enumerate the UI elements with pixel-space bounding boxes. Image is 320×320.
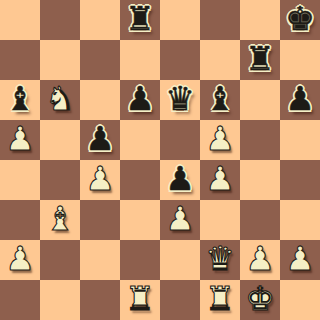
piece-white-pawn-e3[interactable]: ♟ <box>165 199 195 239</box>
square-a7[interactable] <box>0 40 40 80</box>
square-b1[interactable] <box>40 280 80 320</box>
square-c3[interactable] <box>80 200 120 240</box>
piece-black-queen-e6[interactable]: ♛ <box>165 79 195 119</box>
piece-black-pawn-e4[interactable]: ♟ <box>165 159 195 199</box>
piece-black-rook-d8[interactable]: ♜ <box>125 0 155 39</box>
square-h8[interactable]: ♚ <box>280 0 320 40</box>
piece-black-king-h8[interactable]: ♚ <box>285 0 315 39</box>
square-d4[interactable] <box>120 160 160 200</box>
square-g5[interactable] <box>240 120 280 160</box>
square-f4[interactable]: ♟ <box>200 160 240 200</box>
square-b6[interactable]: ♞ <box>40 80 80 120</box>
square-h7[interactable] <box>280 40 320 80</box>
square-h1[interactable] <box>280 280 320 320</box>
piece-white-knight-b6[interactable]: ♞ <box>45 79 75 119</box>
piece-white-bishop-b3[interactable]: ♝ <box>45 199 75 239</box>
square-g3[interactable] <box>240 200 280 240</box>
square-g6[interactable] <box>240 80 280 120</box>
piece-black-pawn-c5[interactable]: ♟ <box>85 119 115 159</box>
piece-black-pawn-h6[interactable]: ♟ <box>285 79 315 119</box>
square-e7[interactable] <box>160 40 200 80</box>
square-e1[interactable] <box>160 280 200 320</box>
square-h2[interactable]: ♟ <box>280 240 320 280</box>
square-g4[interactable] <box>240 160 280 200</box>
square-b2[interactable] <box>40 240 80 280</box>
square-d6[interactable]: ♟ <box>120 80 160 120</box>
piece-white-rook-f1[interactable]: ♜ <box>205 279 235 319</box>
square-g8[interactable] <box>240 0 280 40</box>
square-d7[interactable] <box>120 40 160 80</box>
piece-white-pawn-a5[interactable]: ♟ <box>5 119 35 159</box>
piece-black-bishop-a6[interactable]: ♝ <box>5 79 35 119</box>
square-e4[interactable]: ♟ <box>160 160 200 200</box>
square-a3[interactable] <box>0 200 40 240</box>
chess-board: ♜♚♜♝♞♟♛♝♟♟♟♟♟♟♟♝♟♟♛♟♟♜♜♚ <box>0 0 320 320</box>
square-c2[interactable] <box>80 240 120 280</box>
piece-white-pawn-a2[interactable]: ♟ <box>5 239 35 279</box>
piece-white-pawn-f4[interactable]: ♟ <box>205 159 235 199</box>
piece-black-rook-g7[interactable]: ♜ <box>245 39 275 79</box>
square-c7[interactable] <box>80 40 120 80</box>
square-h3[interactable] <box>280 200 320 240</box>
piece-white-pawn-c4[interactable]: ♟ <box>85 159 115 199</box>
piece-white-queen-f2[interactable]: ♛ <box>205 239 235 279</box>
square-a4[interactable] <box>0 160 40 200</box>
piece-white-rook-d1[interactable]: ♜ <box>125 279 155 319</box>
square-f1[interactable]: ♜ <box>200 280 240 320</box>
square-d3[interactable] <box>120 200 160 240</box>
square-e5[interactable] <box>160 120 200 160</box>
square-h4[interactable] <box>280 160 320 200</box>
square-a6[interactable]: ♝ <box>0 80 40 120</box>
square-a1[interactable] <box>0 280 40 320</box>
square-h5[interactable] <box>280 120 320 160</box>
square-c5[interactable]: ♟ <box>80 120 120 160</box>
square-d1[interactable]: ♜ <box>120 280 160 320</box>
square-c6[interactable] <box>80 80 120 120</box>
square-d8[interactable]: ♜ <box>120 0 160 40</box>
square-b4[interactable] <box>40 160 80 200</box>
square-e6[interactable]: ♛ <box>160 80 200 120</box>
square-c4[interactable]: ♟ <box>80 160 120 200</box>
square-f2[interactable]: ♛ <box>200 240 240 280</box>
piece-white-pawn-h2[interactable]: ♟ <box>285 239 315 279</box>
square-g7[interactable]: ♜ <box>240 40 280 80</box>
square-b3[interactable]: ♝ <box>40 200 80 240</box>
square-g1[interactable]: ♚ <box>240 280 280 320</box>
square-f5[interactable]: ♟ <box>200 120 240 160</box>
square-b5[interactable] <box>40 120 80 160</box>
piece-white-king-g1[interactable]: ♚ <box>245 279 275 319</box>
square-g2[interactable]: ♟ <box>240 240 280 280</box>
square-d2[interactable] <box>120 240 160 280</box>
square-h6[interactable]: ♟ <box>280 80 320 120</box>
square-a5[interactable]: ♟ <box>0 120 40 160</box>
square-b7[interactable] <box>40 40 80 80</box>
square-f7[interactable] <box>200 40 240 80</box>
piece-white-pawn-g2[interactable]: ♟ <box>245 239 275 279</box>
square-d5[interactable] <box>120 120 160 160</box>
square-a2[interactable]: ♟ <box>0 240 40 280</box>
square-c8[interactable] <box>80 0 120 40</box>
square-f3[interactable] <box>200 200 240 240</box>
square-e2[interactable] <box>160 240 200 280</box>
square-b8[interactable] <box>40 0 80 40</box>
square-f8[interactable] <box>200 0 240 40</box>
square-e3[interactable]: ♟ <box>160 200 200 240</box>
square-c1[interactable] <box>80 280 120 320</box>
square-f6[interactable]: ♝ <box>200 80 240 120</box>
piece-black-pawn-d6[interactable]: ♟ <box>125 79 155 119</box>
square-a8[interactable] <box>0 0 40 40</box>
piece-black-bishop-f6[interactable]: ♝ <box>205 79 235 119</box>
square-e8[interactable] <box>160 0 200 40</box>
piece-white-pawn-f5[interactable]: ♟ <box>205 119 235 159</box>
